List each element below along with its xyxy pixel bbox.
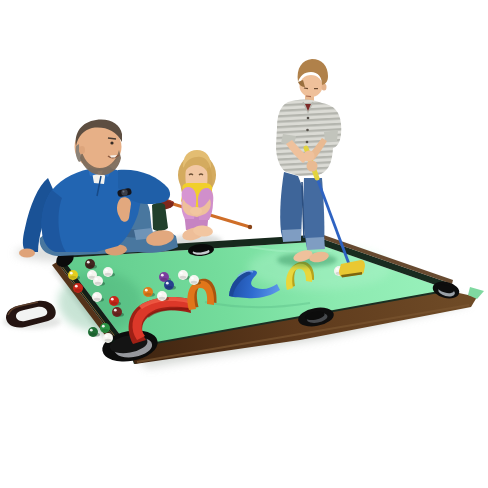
ball-shading bbox=[166, 286, 173, 289]
boy-hand bbox=[304, 151, 315, 162]
putter-grip-end bbox=[248, 225, 252, 229]
ball-highlight bbox=[166, 282, 169, 285]
boy-jean-cuff bbox=[306, 237, 325, 250]
ball-shading bbox=[70, 276, 77, 279]
girl-hands bbox=[190, 207, 202, 215]
ball-shading bbox=[191, 281, 198, 284]
scene bbox=[0, 0, 488, 488]
ball-shading bbox=[159, 297, 166, 300]
ball-highlight bbox=[89, 272, 92, 275]
man-eye bbox=[110, 141, 113, 144]
man-ear bbox=[79, 146, 85, 154]
ball-highlight bbox=[191, 277, 194, 280]
boy-jean-cuff bbox=[282, 229, 301, 242]
ball-highlight bbox=[111, 298, 114, 301]
boy-hand bbox=[307, 161, 318, 172]
ball-highlight bbox=[159, 293, 162, 296]
ball-highlight bbox=[90, 329, 93, 332]
ball-highlight bbox=[94, 294, 97, 297]
ball-highlight bbox=[105, 269, 108, 272]
man bbox=[19, 120, 178, 258]
boy-mouth bbox=[306, 96, 311, 97]
ball-highlight bbox=[70, 272, 73, 275]
ball-highlight bbox=[95, 278, 98, 281]
ball-highlight bbox=[75, 285, 78, 288]
ball-shading bbox=[114, 313, 121, 316]
boy-eye bbox=[304, 88, 308, 89]
ball-shading bbox=[105, 273, 112, 276]
ball-shading bbox=[94, 298, 101, 301]
ball-shading bbox=[95, 282, 102, 285]
ball-shading bbox=[111, 302, 118, 305]
ball-highlight bbox=[102, 325, 105, 328]
ball-shading bbox=[75, 289, 82, 292]
man-back-hand bbox=[19, 249, 35, 258]
ball-highlight bbox=[161, 274, 164, 277]
ball-highlight bbox=[336, 268, 339, 271]
ball-highlight bbox=[145, 289, 148, 292]
ball-highlight bbox=[114, 309, 117, 312]
ball-highlight bbox=[180, 272, 183, 275]
girl bbox=[178, 150, 216, 242]
ball-shading bbox=[180, 276, 187, 279]
ball-shading bbox=[90, 333, 97, 336]
product-photo bbox=[0, 0, 488, 488]
ball-highlight bbox=[105, 335, 108, 338]
boy-sleeve-cuff bbox=[324, 130, 338, 142]
ball-shading bbox=[105, 339, 112, 342]
ball-shading bbox=[87, 265, 94, 268]
ball-shading bbox=[145, 293, 152, 296]
ball-shading bbox=[161, 278, 168, 281]
ball-shading bbox=[102, 329, 109, 332]
ball-highlight bbox=[87, 261, 90, 264]
